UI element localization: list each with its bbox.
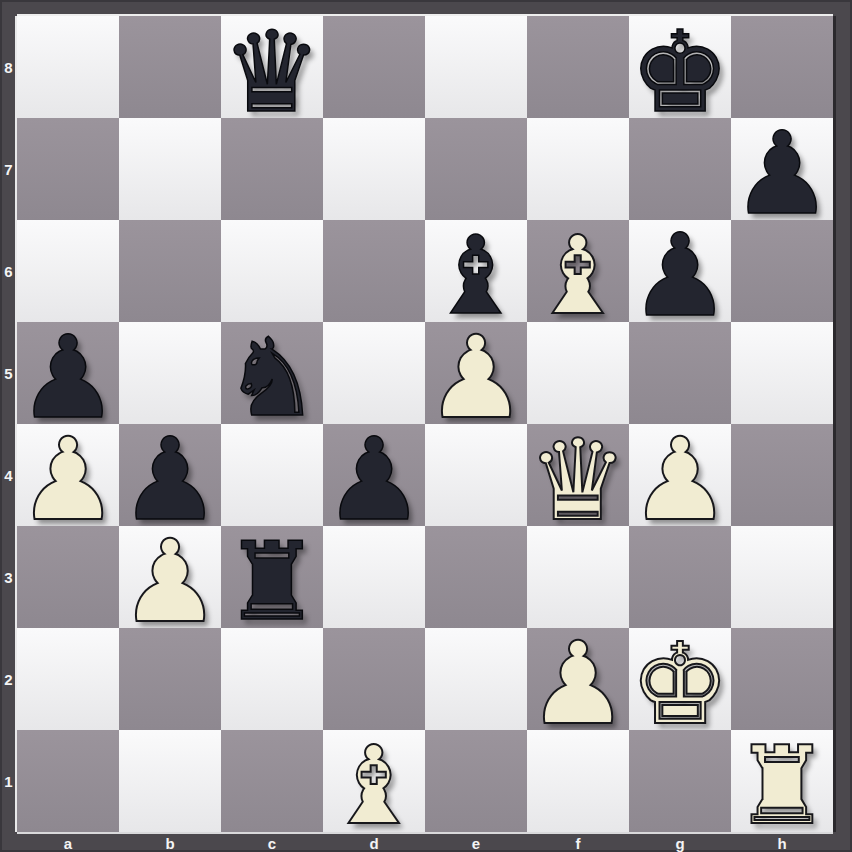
square-a3[interactable] bbox=[17, 526, 119, 628]
piece-white-king-g2[interactable]: ♚ bbox=[630, 628, 730, 740]
square-d8[interactable] bbox=[323, 16, 425, 118]
square-d5[interactable] bbox=[323, 322, 425, 424]
square-b1[interactable] bbox=[119, 730, 221, 832]
piece-white-queen-f4[interactable]: ♛ bbox=[528, 424, 628, 536]
piece-black-knight-c5[interactable]: ♞ bbox=[224, 324, 321, 432]
rank-label-3: 3 bbox=[0, 526, 17, 628]
board-frame: 8 7 6 5 4 3 2 1 ♛♚♟♝♝♟♟♞♟♟♟♟♛♟♟♜♟♚♝♜ a b… bbox=[0, 0, 852, 852]
square-e3[interactable] bbox=[425, 526, 527, 628]
square-a1[interactable] bbox=[17, 730, 119, 832]
square-b6[interactable] bbox=[119, 220, 221, 322]
square-e7[interactable] bbox=[425, 118, 527, 220]
square-b8[interactable] bbox=[119, 16, 221, 118]
rank-labels: 8 7 6 5 4 3 2 1 bbox=[0, 16, 17, 832]
rank-label-5: 5 bbox=[0, 322, 17, 424]
piece-black-pawn-d4[interactable]: ♟ bbox=[323, 423, 425, 537]
square-h2[interactable] bbox=[731, 628, 833, 730]
file-label-d: d bbox=[323, 834, 425, 852]
square-e8[interactable] bbox=[425, 16, 527, 118]
square-h3[interactable] bbox=[731, 526, 833, 628]
file-label-f: f bbox=[527, 834, 629, 852]
square-c2[interactable] bbox=[221, 628, 323, 730]
square-f8[interactable] bbox=[527, 16, 629, 118]
square-a4[interactable]: ♟ bbox=[17, 424, 119, 526]
square-h1[interactable]: ♜ bbox=[731, 730, 833, 832]
rank-label-6: 6 bbox=[0, 220, 17, 322]
square-f2[interactable]: ♟ bbox=[527, 628, 629, 730]
square-a7[interactable] bbox=[17, 118, 119, 220]
square-e1[interactable] bbox=[425, 730, 527, 832]
square-b3[interactable]: ♟ bbox=[119, 526, 221, 628]
square-g4[interactable]: ♟ bbox=[629, 424, 731, 526]
square-c7[interactable] bbox=[221, 118, 323, 220]
piece-white-pawn-b3[interactable]: ♟ bbox=[119, 525, 221, 639]
square-b4[interactable]: ♟ bbox=[119, 424, 221, 526]
file-label-g: g bbox=[629, 834, 731, 852]
square-c4[interactable] bbox=[221, 424, 323, 526]
piece-white-pawn-a4[interactable]: ♟ bbox=[17, 423, 119, 537]
square-e5[interactable]: ♟ bbox=[425, 322, 527, 424]
file-label-a: a bbox=[17, 834, 119, 852]
square-f7[interactable] bbox=[527, 118, 629, 220]
square-c3[interactable]: ♜ bbox=[221, 526, 323, 628]
square-d6[interactable] bbox=[323, 220, 425, 322]
square-d2[interactable] bbox=[323, 628, 425, 730]
square-g3[interactable] bbox=[629, 526, 731, 628]
piece-white-bishop-d1[interactable]: ♝ bbox=[326, 732, 423, 840]
rank-label-8: 8 bbox=[0, 16, 17, 118]
file-label-e: e bbox=[425, 834, 527, 852]
piece-black-rook-c3[interactable]: ♜ bbox=[224, 528, 321, 636]
file-labels: a b c d e f g h bbox=[17, 834, 833, 852]
square-d7[interactable] bbox=[323, 118, 425, 220]
piece-black-king-g8[interactable]: ♚ bbox=[630, 16, 730, 128]
piece-black-pawn-h7[interactable]: ♟ bbox=[731, 117, 833, 231]
square-f5[interactable] bbox=[527, 322, 629, 424]
square-d1[interactable]: ♝ bbox=[323, 730, 425, 832]
square-h4[interactable] bbox=[731, 424, 833, 526]
square-h7[interactable]: ♟ bbox=[731, 118, 833, 220]
rank-label-4: 4 bbox=[0, 424, 17, 526]
square-g6[interactable]: ♟ bbox=[629, 220, 731, 322]
piece-black-pawn-g6[interactable]: ♟ bbox=[629, 219, 731, 333]
square-e2[interactable] bbox=[425, 628, 527, 730]
square-a2[interactable] bbox=[17, 628, 119, 730]
square-c1[interactable] bbox=[221, 730, 323, 832]
file-label-c: c bbox=[221, 834, 323, 852]
square-h5[interactable] bbox=[731, 322, 833, 424]
square-g5[interactable] bbox=[629, 322, 731, 424]
square-d4[interactable]: ♟ bbox=[323, 424, 425, 526]
piece-white-pawn-e5[interactable]: ♟ bbox=[425, 321, 527, 435]
square-c6[interactable] bbox=[221, 220, 323, 322]
square-a5[interactable]: ♟ bbox=[17, 322, 119, 424]
square-e6[interactable]: ♝ bbox=[425, 220, 527, 322]
piece-black-queen-c8[interactable]: ♛ bbox=[222, 16, 322, 128]
chess-board: ♛♚♟♝♝♟♟♞♟♟♟♟♛♟♟♜♟♚♝♜ bbox=[17, 16, 833, 832]
piece-white-bishop-f6[interactable]: ♝ bbox=[530, 222, 627, 330]
square-h6[interactable] bbox=[731, 220, 833, 322]
square-f1[interactable] bbox=[527, 730, 629, 832]
square-g8[interactable]: ♚ bbox=[629, 16, 731, 118]
square-d3[interactable] bbox=[323, 526, 425, 628]
file-label-h: h bbox=[731, 834, 833, 852]
square-c5[interactable]: ♞ bbox=[221, 322, 323, 424]
square-b5[interactable] bbox=[119, 322, 221, 424]
piece-white-pawn-g4[interactable]: ♟ bbox=[629, 423, 731, 537]
square-g1[interactable] bbox=[629, 730, 731, 832]
square-a6[interactable] bbox=[17, 220, 119, 322]
rank-label-2: 2 bbox=[0, 628, 17, 730]
square-f3[interactable] bbox=[527, 526, 629, 628]
square-f6[interactable]: ♝ bbox=[527, 220, 629, 322]
square-c8[interactable]: ♛ bbox=[221, 16, 323, 118]
rank-label-1: 1 bbox=[0, 730, 17, 832]
square-g7[interactable] bbox=[629, 118, 731, 220]
square-e4[interactable] bbox=[425, 424, 527, 526]
square-b2[interactable] bbox=[119, 628, 221, 730]
square-g2[interactable]: ♚ bbox=[629, 628, 731, 730]
square-b7[interactable] bbox=[119, 118, 221, 220]
square-h8[interactable] bbox=[731, 16, 833, 118]
file-label-b: b bbox=[119, 834, 221, 852]
piece-white-pawn-f2[interactable]: ♟ bbox=[527, 627, 629, 741]
piece-white-rook-h1[interactable]: ♜ bbox=[734, 732, 831, 840]
square-a8[interactable] bbox=[17, 16, 119, 118]
rank-label-7: 7 bbox=[0, 118, 17, 220]
square-f4[interactable]: ♛ bbox=[527, 424, 629, 526]
